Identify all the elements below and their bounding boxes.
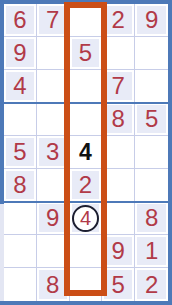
cell-r4c1[interactable]: [4, 103, 37, 136]
cell-r6c1[interactable]: 8: [4, 169, 37, 202]
sudoku-board: 67299547855348294891852: [0, 0, 172, 305]
cell-r1c1[interactable]: 6: [4, 4, 37, 37]
cell-r9c5[interactable]: 2: [135, 268, 168, 301]
cell-r1c5[interactable]: 9: [135, 4, 168, 37]
cell-r6c4[interactable]: [102, 169, 135, 202]
cell-r1c4[interactable]: 2: [102, 4, 135, 37]
cell-r2c1[interactable]: 9: [4, 37, 37, 70]
left-border-gap: [0, 204, 4, 301]
cell-r3c5[interactable]: [135, 70, 168, 103]
cell-r8c1[interactable]: [4, 235, 37, 268]
cell-r4c5[interactable]: 5: [135, 103, 168, 136]
cell-r3c1[interactable]: 4: [4, 70, 37, 103]
cell-r5c1[interactable]: 5: [4, 136, 37, 169]
cell-r2c4[interactable]: [102, 37, 135, 70]
cell-r9c4[interactable]: 5: [102, 268, 135, 301]
cell-r6c5[interactable]: [135, 169, 168, 202]
column-highlight-outline: [64, 2, 107, 296]
cell-r7c1[interactable]: [4, 202, 37, 235]
cell-r8c4[interactable]: 9: [102, 235, 135, 268]
cell-r8c5[interactable]: 1: [135, 235, 168, 268]
cell-r7c5[interactable]: 8: [135, 202, 168, 235]
cell-r9c1[interactable]: [4, 268, 37, 301]
cell-r2c5[interactable]: [135, 37, 168, 70]
cell-r5c4[interactable]: [102, 136, 135, 169]
cell-r3c4[interactable]: 7: [102, 70, 135, 103]
cell-r4c4[interactable]: 8: [102, 103, 135, 136]
cell-r5c5[interactable]: [135, 136, 168, 169]
cell-r7c4[interactable]: [102, 202, 135, 235]
